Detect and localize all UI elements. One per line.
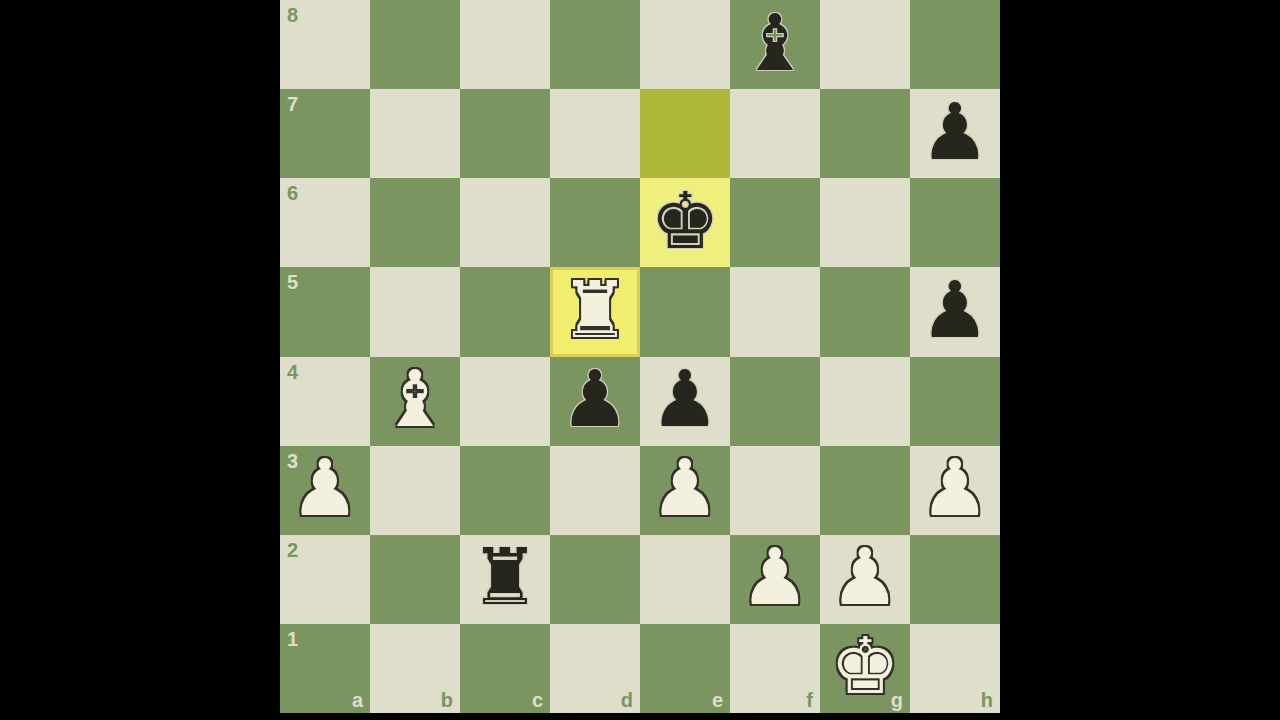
square-b4[interactable]: ♝	[370, 357, 460, 446]
square-g1[interactable]: g♚	[820, 624, 910, 713]
letterbox-bottom	[0, 713, 1280, 720]
square-e3[interactable]: ♟	[640, 446, 730, 535]
square-g6[interactable]	[820, 178, 910, 267]
square-d6[interactable]	[550, 178, 640, 267]
square-a7[interactable]: 7	[280, 89, 370, 178]
square-h6[interactable]	[910, 178, 1000, 267]
square-b1[interactable]: b	[370, 624, 460, 713]
rank-label-4: 4	[287, 362, 298, 382]
square-h2[interactable]	[910, 535, 1000, 624]
square-c6[interactable]	[460, 178, 550, 267]
rank-label-2: 2	[287, 540, 298, 560]
black-king-e6[interactable]: ♚	[650, 182, 720, 260]
white-king-g1[interactable]: ♚	[830, 627, 900, 705]
square-d1[interactable]: d	[550, 624, 640, 713]
white-rook-d5[interactable]: ♜	[560, 271, 630, 349]
white-pawn-g2[interactable]: ♟	[830, 538, 900, 616]
square-f6[interactable]	[730, 178, 820, 267]
file-label-h: h	[981, 690, 993, 710]
square-f4[interactable]	[730, 357, 820, 446]
square-a4[interactable]: 4	[280, 357, 370, 446]
black-pawn-h7[interactable]: ♟	[920, 93, 990, 171]
square-c8[interactable]	[460, 0, 550, 89]
square-e7[interactable]	[640, 89, 730, 178]
square-c1[interactable]: c	[460, 624, 550, 713]
black-pawn-e4[interactable]: ♟	[650, 360, 720, 438]
square-h8[interactable]	[910, 0, 1000, 89]
square-a5[interactable]: 5	[280, 267, 370, 356]
square-c5[interactable]	[460, 267, 550, 356]
square-c7[interactable]	[460, 89, 550, 178]
file-label-b: b	[441, 690, 453, 710]
square-f5[interactable]	[730, 267, 820, 356]
black-pawn-d4[interactable]: ♟	[560, 360, 630, 438]
square-d2[interactable]	[550, 535, 640, 624]
square-d3[interactable]	[550, 446, 640, 535]
black-rook-c2[interactable]: ♜	[470, 538, 540, 616]
video-frame: 8♝7♟6♚5♜♟4♝♟♟3♟♟♟2♜♟♟1abcdefg♚h	[0, 0, 1280, 720]
square-e4[interactable]: ♟	[640, 357, 730, 446]
white-pawn-a3[interactable]: ♟	[290, 449, 360, 527]
square-a1[interactable]: 1a	[280, 624, 370, 713]
square-g4[interactable]	[820, 357, 910, 446]
black-pawn-h5[interactable]: ♟	[920, 271, 990, 349]
file-label-a: a	[352, 690, 363, 710]
file-label-d: d	[621, 690, 633, 710]
square-a8[interactable]: 8	[280, 0, 370, 89]
square-e2[interactable]	[640, 535, 730, 624]
white-pawn-e3[interactable]: ♟	[650, 449, 720, 527]
square-f3[interactable]	[730, 446, 820, 535]
square-a6[interactable]: 6	[280, 178, 370, 267]
square-e5[interactable]	[640, 267, 730, 356]
rank-label-1: 1	[287, 629, 298, 649]
square-f1[interactable]: f	[730, 624, 820, 713]
square-d4[interactable]: ♟	[550, 357, 640, 446]
square-b6[interactable]	[370, 178, 460, 267]
white-pawn-f2[interactable]: ♟	[740, 538, 810, 616]
square-c2[interactable]: ♜	[460, 535, 550, 624]
chess-board: 8♝7♟6♚5♜♟4♝♟♟3♟♟♟2♜♟♟1abcdefg♚h	[280, 0, 1000, 713]
rank-label-8: 8	[287, 5, 298, 25]
square-g7[interactable]	[820, 89, 910, 178]
square-a3[interactable]: 3♟	[280, 446, 370, 535]
square-b3[interactable]	[370, 446, 460, 535]
square-e1[interactable]: e	[640, 624, 730, 713]
square-g5[interactable]	[820, 267, 910, 356]
square-h4[interactable]	[910, 357, 1000, 446]
square-b5[interactable]	[370, 267, 460, 356]
white-pawn-h3[interactable]: ♟	[920, 449, 990, 527]
square-c3[interactable]	[460, 446, 550, 535]
square-c4[interactable]	[460, 357, 550, 446]
black-bishop-f8[interactable]: ♝	[740, 4, 810, 82]
square-a2[interactable]: 2	[280, 535, 370, 624]
square-f2[interactable]: ♟	[730, 535, 820, 624]
square-b2[interactable]	[370, 535, 460, 624]
square-g2[interactable]: ♟	[820, 535, 910, 624]
rank-label-7: 7	[287, 94, 298, 114]
square-d8[interactable]	[550, 0, 640, 89]
square-g8[interactable]	[820, 0, 910, 89]
square-h3[interactable]: ♟	[910, 446, 1000, 535]
file-label-e: e	[712, 690, 723, 710]
rank-label-6: 6	[287, 183, 298, 203]
square-b8[interactable]	[370, 0, 460, 89]
square-h5[interactable]: ♟	[910, 267, 1000, 356]
square-f8[interactable]: ♝	[730, 0, 820, 89]
square-d5[interactable]: ♜	[550, 267, 640, 356]
square-g3[interactable]	[820, 446, 910, 535]
white-bishop-b4[interactable]: ♝	[380, 360, 450, 438]
rank-label-5: 5	[287, 272, 298, 292]
file-label-c: c	[532, 690, 543, 710]
file-label-f: f	[806, 690, 813, 710]
square-f7[interactable]	[730, 89, 820, 178]
square-e6[interactable]: ♚	[640, 178, 730, 267]
square-b7[interactable]	[370, 89, 460, 178]
square-d7[interactable]	[550, 89, 640, 178]
square-h7[interactable]: ♟	[910, 89, 1000, 178]
square-h1[interactable]: h	[910, 624, 1000, 713]
square-e8[interactable]	[640, 0, 730, 89]
